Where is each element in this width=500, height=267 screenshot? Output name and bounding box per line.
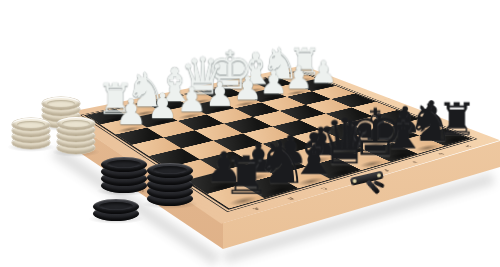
white-checker-disc[interactable]: [12, 118, 50, 131]
white-bishop[interactable]: ♝: [236, 48, 275, 92]
coordinate-label: 3: [339, 84, 367, 91]
piece-shadow: [231, 100, 258, 108]
white-checker-disc[interactable]: [42, 97, 80, 110]
black-checker-stack[interactable]: [93, 199, 139, 221]
piece-shadow: [308, 84, 333, 91]
piece-shadow: [258, 95, 284, 102]
coordinate-label: 2: [321, 77, 348, 84]
white-pawn[interactable]: ♟: [259, 67, 288, 99]
white-pawn[interactable]: ♟: [285, 62, 313, 93]
white-checker-disc[interactable]: [57, 117, 95, 130]
piece-shadow: [290, 77, 315, 83]
piece-shadow: [187, 98, 214, 105]
white-pawn[interactable]: ♟: [176, 83, 207, 117]
piece-shadow: [266, 82, 291, 89]
square[interactable]: ♟: [244, 89, 287, 102]
square[interactable]: ♟: [161, 106, 206, 121]
square[interactable]: ♝: [227, 82, 269, 95]
piece-shadow: [145, 118, 174, 127]
square[interactable]: ♛: [174, 92, 217, 106]
piece-shadow: [159, 104, 187, 112]
white-bishop[interactable]: ♝: [154, 62, 196, 108]
coordinate-label: 1: [303, 71, 330, 77]
white-king[interactable]: ♚: [206, 44, 253, 97]
square[interactable]: ♟: [269, 84, 312, 97]
white-pawn[interactable]: ♟: [205, 78, 235, 111]
white-pawn[interactable]: ♟: [115, 95, 147, 130]
square[interactable]: [287, 91, 331, 105]
piece-shadow: [215, 92, 241, 99]
black-rook[interactable]: ♜: [223, 150, 271, 203]
black-checker-disc[interactable]: [93, 199, 139, 214]
piece-shadow: [241, 87, 267, 94]
black-checker-disc[interactable]: [101, 157, 147, 172]
white-pawn[interactable]: ♟: [146, 89, 177, 124]
white-checker-stack[interactable]: [12, 118, 50, 149]
piece-shadow: [175, 112, 203, 120]
square[interactable]: ♝: [146, 98, 190, 112]
square[interactable]: [206, 108, 252, 123]
white-queen[interactable]: ♛: [180, 52, 226, 103]
black-checker-disc[interactable]: [147, 163, 193, 178]
product-photo-scene: ABCDEFGH 12345678 12345678 ♜♞♝♛♚♝♞♜♟♟♟♟♟…: [0, 0, 500, 267]
square[interactable]: ♞: [252, 77, 293, 89]
square[interactable]: ♟: [217, 94, 261, 108]
square[interactable]: [234, 102, 279, 117]
piece-shadow: [204, 106, 232, 114]
black-checker-stack[interactable]: [101, 157, 147, 193]
white-knight[interactable]: ♞: [262, 43, 301, 86]
piece-shadow: [283, 89, 309, 96]
square[interactable]: [261, 97, 306, 111]
square[interactable]: ♟: [190, 100, 235, 114]
white-checker-stack[interactable]: [57, 117, 95, 154]
square[interactable]: ♚: [201, 87, 244, 100]
black-checker-stack[interactable]: [147, 163, 193, 206]
white-pawn[interactable]: ♟: [233, 72, 262, 105]
